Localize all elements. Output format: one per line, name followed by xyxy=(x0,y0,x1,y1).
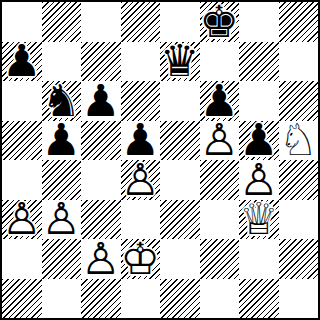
square-b2[interactable] xyxy=(42,239,82,279)
square-d8[interactable] xyxy=(121,2,161,42)
square-g1[interactable] xyxy=(239,279,279,319)
white-king[interactable]: ♚♔ xyxy=(121,239,161,279)
square-e5[interactable] xyxy=(160,121,200,161)
square-d1[interactable] xyxy=(121,279,161,319)
square-e3[interactable] xyxy=(160,200,200,240)
square-d3[interactable] xyxy=(121,200,161,240)
white-king-icon: ♔ xyxy=(121,239,161,279)
chess-board: ♚♟♛♞♟♟♟♟♟♙♟♞♘♟♙♟♙♟♙♟♙♛♕♟♙♚♔ xyxy=(0,0,320,320)
square-f6[interactable]: ♟ xyxy=(200,81,240,121)
black-king[interactable]: ♚ xyxy=(200,2,240,42)
black-king-icon: ♚ xyxy=(200,2,240,42)
square-e2[interactable] xyxy=(160,239,200,279)
square-h8[interactable] xyxy=(279,2,319,42)
white-pawn[interactable]: ♟♙ xyxy=(81,239,121,279)
white-pawn-icon: ♙ xyxy=(42,200,82,240)
square-b7[interactable] xyxy=(42,42,82,82)
square-e4[interactable] xyxy=(160,160,200,200)
square-d2[interactable]: ♚♔ xyxy=(121,239,161,279)
black-queen-icon: ♛ xyxy=(160,42,200,82)
square-c1[interactable] xyxy=(81,279,121,319)
square-b4[interactable] xyxy=(42,160,82,200)
square-h6[interactable] xyxy=(279,81,319,121)
square-a7[interactable]: ♟ xyxy=(2,42,42,82)
white-knight[interactable]: ♞♘ xyxy=(279,121,319,161)
square-g2[interactable] xyxy=(239,239,279,279)
square-g5[interactable]: ♟ xyxy=(239,121,279,161)
black-pawn[interactable]: ♟ xyxy=(239,121,279,161)
square-c4[interactable] xyxy=(81,160,121,200)
white-pawn[interactable]: ♟♙ xyxy=(200,121,240,161)
square-f2[interactable] xyxy=(200,239,240,279)
square-a6[interactable] xyxy=(2,81,42,121)
square-f1[interactable] xyxy=(200,279,240,319)
white-pawn[interactable]: ♟♙ xyxy=(2,200,42,240)
square-g6[interactable] xyxy=(239,81,279,121)
black-pawn-icon: ♟ xyxy=(81,81,121,121)
square-d4[interactable]: ♟♙ xyxy=(121,160,161,200)
square-f7[interactable] xyxy=(200,42,240,82)
square-d7[interactable] xyxy=(121,42,161,82)
square-e1[interactable] xyxy=(160,279,200,319)
square-c8[interactable] xyxy=(81,2,121,42)
square-f8[interactable]: ♚ xyxy=(200,2,240,42)
square-f3[interactable] xyxy=(200,200,240,240)
square-c5[interactable] xyxy=(81,121,121,161)
black-pawn[interactable]: ♟ xyxy=(2,42,42,82)
square-g4[interactable]: ♟♙ xyxy=(239,160,279,200)
black-pawn-icon: ♟ xyxy=(121,121,161,161)
square-a4[interactable] xyxy=(2,160,42,200)
square-a8[interactable] xyxy=(2,2,42,42)
black-pawn[interactable]: ♟ xyxy=(200,81,240,121)
black-pawn-icon: ♟ xyxy=(42,121,82,161)
white-pawn[interactable]: ♟♙ xyxy=(239,160,279,200)
white-knight-icon: ♘ xyxy=(279,121,319,161)
square-g3[interactable]: ♛♕ xyxy=(239,200,279,240)
square-b8[interactable] xyxy=(42,2,82,42)
square-b6[interactable]: ♞ xyxy=(42,81,82,121)
square-h2[interactable] xyxy=(279,239,319,279)
square-b3[interactable]: ♟♙ xyxy=(42,200,82,240)
square-a3[interactable]: ♟♙ xyxy=(2,200,42,240)
square-e7[interactable]: ♛ xyxy=(160,42,200,82)
white-pawn-icon: ♙ xyxy=(239,160,279,200)
square-h1[interactable] xyxy=(279,279,319,319)
white-pawn-icon: ♙ xyxy=(121,160,161,200)
square-h3[interactable] xyxy=(279,200,319,240)
square-f4[interactable] xyxy=(200,160,240,200)
white-pawn-icon: ♙ xyxy=(2,200,42,240)
square-h7[interactable] xyxy=(279,42,319,82)
square-f5[interactable]: ♟♙ xyxy=(200,121,240,161)
white-queen-icon: ♕ xyxy=(239,200,279,240)
square-e6[interactable] xyxy=(160,81,200,121)
square-h4[interactable] xyxy=(279,160,319,200)
square-c2[interactable]: ♟♙ xyxy=(81,239,121,279)
black-pawn[interactable]: ♟ xyxy=(81,81,121,121)
black-queen[interactable]: ♛ xyxy=(160,42,200,82)
black-pawn-icon: ♟ xyxy=(2,42,42,82)
square-c6[interactable]: ♟ xyxy=(81,81,121,121)
black-knight[interactable]: ♞ xyxy=(42,81,82,121)
square-d5[interactable]: ♟ xyxy=(121,121,161,161)
white-pawn[interactable]: ♟♙ xyxy=(121,160,161,200)
black-pawn[interactable]: ♟ xyxy=(42,121,82,161)
black-pawn[interactable]: ♟ xyxy=(121,121,161,161)
square-c3[interactable] xyxy=(81,200,121,240)
square-h5[interactable]: ♞♘ xyxy=(279,121,319,161)
white-pawn-icon: ♙ xyxy=(200,121,240,161)
square-d6[interactable] xyxy=(121,81,161,121)
square-a1[interactable] xyxy=(2,279,42,319)
white-pawn-icon: ♙ xyxy=(81,239,121,279)
black-knight-icon: ♞ xyxy=(42,81,82,121)
square-g7[interactable] xyxy=(239,42,279,82)
black-pawn-icon: ♟ xyxy=(239,121,279,161)
white-pawn[interactable]: ♟♙ xyxy=(42,200,82,240)
square-b5[interactable]: ♟ xyxy=(42,121,82,161)
square-a2[interactable] xyxy=(2,239,42,279)
square-a5[interactable] xyxy=(2,121,42,161)
square-b1[interactable] xyxy=(42,279,82,319)
square-g8[interactable] xyxy=(239,2,279,42)
square-e8[interactable] xyxy=(160,2,200,42)
square-c7[interactable] xyxy=(81,42,121,82)
black-pawn-icon: ♟ xyxy=(200,81,240,121)
white-queen[interactable]: ♛♕ xyxy=(239,200,279,240)
